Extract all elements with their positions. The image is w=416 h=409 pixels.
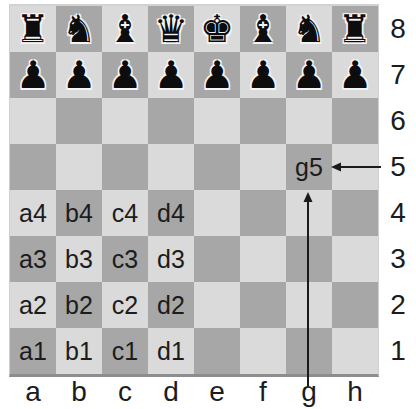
file-label-g: g [286, 374, 332, 409]
rank-label-2: 2 [382, 282, 414, 328]
square-coordinate-label: d4 [157, 199, 185, 228]
file-label-c: c [102, 374, 148, 409]
square-a6[interactable] [10, 98, 56, 144]
square-f1[interactable] [240, 328, 286, 374]
black-pawn[interactable]: ♟ [16, 52, 50, 98]
black-rook[interactable]: ♜ [338, 6, 372, 52]
black-pawn[interactable]: ♟ [292, 52, 326, 98]
square-h8[interactable]: ♜ [332, 6, 378, 52]
square-d2[interactable]: d2 [148, 282, 194, 328]
rank-label-8: 8 [382, 6, 414, 52]
black-pawn[interactable]: ♟ [246, 52, 280, 98]
square-a3[interactable]: a3 [10, 236, 56, 282]
square-d4[interactable]: d4 [148, 190, 194, 236]
square-e5[interactable] [194, 144, 240, 190]
square-e7[interactable]: ♟ [194, 52, 240, 98]
square-f8[interactable]: ♝ [240, 6, 286, 52]
square-b2[interactable]: b2 [56, 282, 102, 328]
square-b7[interactable]: ♟ [56, 52, 102, 98]
square-g8[interactable]: ♞ [286, 6, 332, 52]
rank-label-4: 4 [382, 190, 414, 236]
file-labels: abcdefgh [10, 374, 378, 409]
square-coordinate-label: c3 [112, 245, 138, 274]
square-h1[interactable] [332, 328, 378, 374]
target-square-label: g5 [295, 153, 323, 182]
square-c5[interactable] [102, 144, 148, 190]
square-d5[interactable] [148, 144, 194, 190]
square-coordinate-label: b1 [65, 337, 93, 366]
square-a5[interactable] [10, 144, 56, 190]
black-bishop[interactable]: ♝ [108, 6, 142, 52]
square-coordinate-label: b3 [65, 245, 93, 274]
square-e8[interactable]: ♚ [194, 6, 240, 52]
square-f6[interactable] [240, 98, 286, 144]
file-label-h: h [332, 374, 378, 409]
black-queen[interactable]: ♛ [154, 6, 188, 52]
square-h2[interactable] [332, 282, 378, 328]
square-d6[interactable] [148, 98, 194, 144]
black-pawn[interactable]: ♟ [154, 52, 188, 98]
square-a2[interactable]: a2 [10, 282, 56, 328]
file-label-a: a [10, 374, 56, 409]
square-coordinate-label: c1 [112, 337, 138, 366]
rank-label-5: 5 [382, 144, 414, 190]
black-pawn[interactable]: ♟ [108, 52, 142, 98]
square-coordinate-label: a1 [19, 337, 47, 366]
square-b6[interactable] [56, 98, 102, 144]
square-b5[interactable] [56, 144, 102, 190]
square-a8[interactable]: ♜ [10, 6, 56, 52]
file-label-b: b [56, 374, 102, 409]
square-coordinate-label: c2 [112, 291, 138, 320]
square-coordinate-label: d3 [157, 245, 185, 274]
square-c2[interactable]: c2 [102, 282, 148, 328]
square-coordinate-label: c4 [112, 199, 138, 228]
square-g3[interactable] [286, 236, 332, 282]
square-g6[interactable] [286, 98, 332, 144]
square-c7[interactable]: ♟ [102, 52, 148, 98]
square-b3[interactable]: b3 [56, 236, 102, 282]
square-e6[interactable] [194, 98, 240, 144]
square-c6[interactable] [102, 98, 148, 144]
file-label-f: f [240, 374, 286, 409]
square-e1[interactable] [194, 328, 240, 374]
black-knight[interactable]: ♞ [62, 6, 96, 52]
square-c4[interactable]: c4 [102, 190, 148, 236]
square-g5[interactable]: g5 [286, 144, 332, 190]
square-g1[interactable] [286, 328, 332, 374]
square-coordinate-label: b2 [65, 291, 93, 320]
square-e2[interactable] [194, 282, 240, 328]
square-d7[interactable]: ♟ [148, 52, 194, 98]
square-d3[interactable]: d3 [148, 236, 194, 282]
black-knight[interactable]: ♞ [292, 6, 326, 52]
file-label-d: d [148, 374, 194, 409]
square-f3[interactable] [240, 236, 286, 282]
rank-label-3: 3 [382, 236, 414, 282]
rank-label-7: 7 [382, 52, 414, 98]
square-h5[interactable] [332, 144, 378, 190]
black-pawn[interactable]: ♟ [338, 52, 372, 98]
square-b4[interactable]: b4 [56, 190, 102, 236]
square-e4[interactable] [194, 190, 240, 236]
chess-board: ♜♞♝♛♚♝♞♜♟♟♟♟♟♟♟♟g5a4b4c4d4a3b3c3d3a2b2c2… [9, 4, 379, 377]
square-c3[interactable]: c3 [102, 236, 148, 282]
rank-labels: 87654321 [382, 6, 414, 374]
black-bishop[interactable]: ♝ [246, 6, 280, 52]
square-c8[interactable]: ♝ [102, 6, 148, 52]
square-f2[interactable] [240, 282, 286, 328]
square-g2[interactable] [286, 282, 332, 328]
square-coordinate-label: b4 [65, 199, 93, 228]
square-a1[interactable]: a1 [10, 328, 56, 374]
square-d1[interactable]: d1 [148, 328, 194, 374]
black-rook[interactable]: ♜ [16, 6, 50, 52]
square-b8[interactable]: ♞ [56, 6, 102, 52]
square-a7[interactable]: ♟ [10, 52, 56, 98]
chessboard-diagram: ♜♞♝♛♚♝♞♜♟♟♟♟♟♟♟♟g5a4b4c4d4a3b3c3d3a2b2c2… [0, 0, 416, 409]
square-coordinate-label: d1 [157, 337, 185, 366]
square-h6[interactable] [332, 98, 378, 144]
square-b1[interactable]: b1 [56, 328, 102, 374]
file-label-e: e [194, 374, 240, 409]
square-d8[interactable]: ♛ [148, 6, 194, 52]
square-c1[interactable]: c1 [102, 328, 148, 374]
square-g4[interactable] [286, 190, 332, 236]
square-g7[interactable]: ♟ [286, 52, 332, 98]
square-h4[interactable] [332, 190, 378, 236]
rank-label-6: 6 [382, 98, 414, 144]
square-h3[interactable] [332, 236, 378, 282]
black-pawn[interactable]: ♟ [200, 52, 234, 98]
square-h7[interactable]: ♟ [332, 52, 378, 98]
square-coordinate-label: a4 [19, 199, 47, 228]
square-coordinate-label: a2 [19, 291, 47, 320]
square-f5[interactable] [240, 144, 286, 190]
square-f4[interactable] [240, 190, 286, 236]
square-e3[interactable] [194, 236, 240, 282]
rank-label-1: 1 [382, 328, 414, 374]
black-pawn[interactable]: ♟ [62, 52, 96, 98]
square-a4[interactable]: a4 [10, 190, 56, 236]
square-coordinate-label: d2 [157, 291, 185, 320]
square-f7[interactable]: ♟ [240, 52, 286, 98]
square-coordinate-label: a3 [19, 245, 47, 274]
black-king[interactable]: ♚ [200, 6, 234, 52]
